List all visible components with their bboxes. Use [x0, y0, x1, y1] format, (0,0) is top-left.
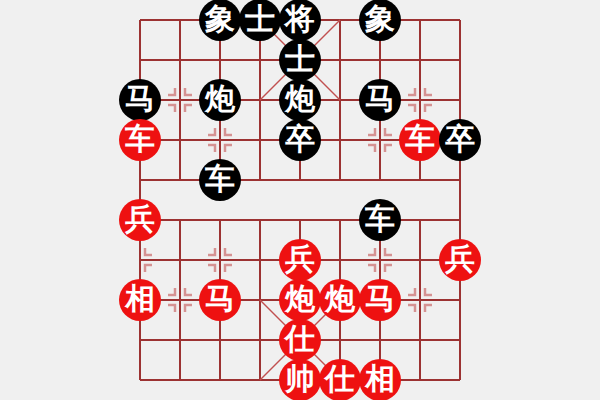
- piece-glyph: 帅: [285, 364, 315, 394]
- red-cannon[interactable]: 炮: [279, 279, 321, 321]
- pieces-layer: 象士将象士马炮炮马车卒车卒车兵车兵兵相马炮炮马仕帅仕相: [120, 0, 480, 400]
- black-pawn[interactable]: 卒: [279, 119, 321, 161]
- black-horse[interactable]: 马: [119, 79, 161, 121]
- black-chariot[interactable]: 车: [199, 159, 241, 201]
- red-pawn[interactable]: 兵: [439, 239, 481, 281]
- piece-glyph: 将: [285, 4, 315, 34]
- piece-glyph: 炮: [325, 284, 355, 314]
- red-chariot[interactable]: 车: [119, 119, 161, 161]
- red-advisor[interactable]: 仕: [279, 319, 321, 361]
- piece-glyph: 仕: [285, 324, 315, 354]
- red-elephant[interactable]: 相: [359, 359, 401, 400]
- piece-glyph: 象: [365, 4, 395, 34]
- xiangqi-app: 象士将象士马炮炮马车卒车卒车兵车兵兵相马炮炮马仕帅仕相: [0, 0, 600, 400]
- piece-glyph: 车: [125, 124, 155, 154]
- piece-glyph: 炮: [285, 84, 315, 114]
- black-pawn[interactable]: 卒: [439, 119, 481, 161]
- piece-glyph: 车: [205, 164, 235, 194]
- piece-glyph: 马: [205, 284, 235, 314]
- red-general[interactable]: 帅: [279, 359, 321, 400]
- piece-glyph: 马: [125, 84, 155, 114]
- black-cannon[interactable]: 炮: [199, 79, 241, 121]
- black-elephant[interactable]: 象: [199, 0, 241, 41]
- red-chariot[interactable]: 车: [399, 119, 441, 161]
- piece-glyph: 车: [365, 204, 395, 234]
- piece-glyph: 马: [365, 84, 395, 114]
- piece-glyph: 炮: [285, 284, 315, 314]
- piece-glyph: 兵: [125, 204, 155, 234]
- piece-glyph: 卒: [285, 124, 315, 154]
- black-horse[interactable]: 马: [359, 79, 401, 121]
- red-horse[interactable]: 马: [359, 279, 401, 321]
- red-advisor[interactable]: 仕: [319, 359, 361, 400]
- black-elephant[interactable]: 象: [359, 0, 401, 41]
- piece-glyph: 马: [365, 284, 395, 314]
- piece-glyph: 车: [405, 124, 435, 154]
- piece-glyph: 士: [285, 44, 315, 74]
- piece-glyph: 卒: [445, 124, 475, 154]
- piece-glyph: 士: [245, 4, 275, 34]
- piece-glyph: 炮: [205, 84, 235, 114]
- red-cannon[interactable]: 炮: [319, 279, 361, 321]
- red-horse[interactable]: 马: [199, 279, 241, 321]
- piece-glyph: 仕: [325, 364, 355, 394]
- piece-glyph: 兵: [445, 244, 475, 274]
- black-chariot[interactable]: 车: [359, 199, 401, 241]
- red-pawn[interactable]: 兵: [279, 239, 321, 281]
- piece-glyph: 相: [125, 284, 155, 314]
- red-pawn[interactable]: 兵: [119, 199, 161, 241]
- black-cannon[interactable]: 炮: [279, 79, 321, 121]
- black-advisor[interactable]: 士: [239, 0, 281, 41]
- piece-glyph: 兵: [285, 244, 315, 274]
- red-elephant[interactable]: 相: [119, 279, 161, 321]
- piece-glyph: 相: [365, 364, 395, 394]
- piece-glyph: 象: [205, 4, 235, 34]
- black-general[interactable]: 将: [279, 0, 321, 41]
- black-advisor[interactable]: 士: [279, 39, 321, 81]
